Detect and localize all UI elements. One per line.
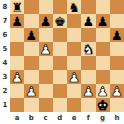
file-coordinates: abcdefgh bbox=[10, 112, 124, 124]
square-d6[interactable] bbox=[53, 28, 67, 42]
square-f5[interactable]: ♞ bbox=[81, 42, 95, 56]
square-d1[interactable] bbox=[53, 98, 67, 112]
square-c7[interactable]: ♟ bbox=[39, 14, 53, 28]
square-e1[interactable] bbox=[67, 98, 81, 112]
square-g7[interactable]: ♟ bbox=[96, 14, 110, 28]
black-knight-e8[interactable]: ♞ bbox=[68, 0, 80, 13]
black-pawn-h6[interactable]: ♟ bbox=[111, 28, 123, 41]
square-g8[interactable] bbox=[96, 0, 110, 14]
white-pawn-f2[interactable]: ♟ bbox=[83, 84, 95, 97]
board: ♜♞♟♟♚♟♟♟♟♟♞♟♟♟♟♟♟♚ bbox=[10, 0, 124, 112]
square-f3[interactable] bbox=[81, 70, 95, 84]
square-h3[interactable] bbox=[110, 70, 124, 84]
rank-label-6: 6 bbox=[0, 28, 10, 42]
file-label-g: g bbox=[96, 112, 110, 124]
black-pawn-c7[interactable]: ♟ bbox=[40, 14, 52, 27]
square-c6[interactable] bbox=[39, 28, 53, 42]
white-pawn-e3[interactable]: ♟ bbox=[68, 70, 80, 83]
square-h7[interactable] bbox=[110, 14, 124, 28]
rank-label-1: 1 bbox=[0, 98, 10, 112]
square-f4[interactable] bbox=[81, 56, 95, 70]
square-h2[interactable]: ♟ bbox=[110, 84, 124, 98]
square-f8[interactable] bbox=[81, 0, 95, 14]
square-b7[interactable] bbox=[24, 14, 38, 28]
square-h1[interactable] bbox=[110, 98, 124, 112]
black-king-d7[interactable]: ♚ bbox=[54, 14, 66, 27]
rank-label-5: 5 bbox=[0, 42, 10, 56]
rank-label-8: 8 bbox=[0, 0, 10, 14]
rank-label-7: 7 bbox=[0, 14, 10, 28]
square-g1[interactable]: ♚ bbox=[96, 98, 110, 112]
square-b5[interactable] bbox=[24, 42, 38, 56]
white-knight-f5[interactable]: ♞ bbox=[83, 42, 95, 55]
square-g3[interactable] bbox=[96, 70, 110, 84]
square-c1[interactable] bbox=[39, 98, 53, 112]
white-pawn-b2[interactable]: ♟ bbox=[26, 84, 38, 97]
rank-label-3: 3 bbox=[0, 70, 10, 84]
black-pawn-f7[interactable]: ♟ bbox=[83, 14, 95, 27]
square-a2[interactable] bbox=[10, 84, 24, 98]
square-e4[interactable] bbox=[67, 56, 81, 70]
square-d5[interactable] bbox=[53, 42, 67, 56]
white-pawn-g2[interactable]: ♟ bbox=[97, 84, 109, 97]
square-e2[interactable] bbox=[67, 84, 81, 98]
square-a7[interactable]: ♟ bbox=[10, 14, 24, 28]
square-f7[interactable]: ♟ bbox=[81, 14, 95, 28]
square-c8[interactable] bbox=[39, 0, 53, 14]
file-label-d: d bbox=[53, 112, 67, 124]
square-a5[interactable] bbox=[10, 42, 24, 56]
white-pawn-c5[interactable]: ♟ bbox=[40, 42, 52, 55]
black-pawn-b6[interactable]: ♟ bbox=[26, 28, 38, 41]
square-e6[interactable] bbox=[67, 28, 81, 42]
square-e5[interactable] bbox=[67, 42, 81, 56]
square-b8[interactable] bbox=[24, 0, 38, 14]
file-label-h: h bbox=[110, 112, 124, 124]
corner-spacer bbox=[0, 112, 10, 124]
rank-label-2: 2 bbox=[0, 84, 10, 98]
file-label-e: e bbox=[67, 112, 81, 124]
square-a8[interactable]: ♜ bbox=[10, 0, 24, 14]
square-f1[interactable] bbox=[81, 98, 95, 112]
file-label-a: a bbox=[10, 112, 24, 124]
file-label-c: c bbox=[39, 112, 53, 124]
square-h8[interactable] bbox=[110, 0, 124, 14]
square-e3[interactable]: ♟ bbox=[67, 70, 81, 84]
square-b2[interactable]: ♟ bbox=[24, 84, 38, 98]
square-d7[interactable]: ♚ bbox=[53, 14, 67, 28]
square-b6[interactable]: ♟ bbox=[24, 28, 38, 42]
white-pawn-h2[interactable]: ♟ bbox=[111, 84, 123, 97]
square-h6[interactable]: ♟ bbox=[110, 28, 124, 42]
white-king-g1[interactable]: ♚ bbox=[97, 98, 109, 111]
square-d3[interactable] bbox=[53, 70, 67, 84]
square-c3[interactable] bbox=[39, 70, 53, 84]
square-g2[interactable]: ♟ bbox=[96, 84, 110, 98]
square-b3[interactable] bbox=[24, 70, 38, 84]
black-pawn-g7[interactable]: ♟ bbox=[97, 14, 109, 27]
square-c4[interactable] bbox=[39, 56, 53, 70]
square-a4[interactable] bbox=[10, 56, 24, 70]
rank-coordinates: 87654321 bbox=[0, 0, 10, 112]
square-f2[interactable]: ♟ bbox=[81, 84, 95, 98]
square-h4[interactable] bbox=[110, 56, 124, 70]
square-c5[interactable]: ♟ bbox=[39, 42, 53, 56]
black-pawn-a7[interactable]: ♟ bbox=[11, 14, 23, 27]
square-g5[interactable] bbox=[96, 42, 110, 56]
chess-diagram: 87654321 ♜♞♟♟♚♟♟♟♟♟♞♟♟♟♟♟♟♚ abcdefgh bbox=[0, 0, 124, 124]
square-f6[interactable] bbox=[81, 28, 95, 42]
square-b1[interactable] bbox=[24, 98, 38, 112]
square-d8[interactable] bbox=[53, 0, 67, 14]
black-rook-a8[interactable]: ♜ bbox=[11, 0, 23, 13]
square-a6[interactable] bbox=[10, 28, 24, 42]
square-g6[interactable] bbox=[96, 28, 110, 42]
square-b4[interactable] bbox=[24, 56, 38, 70]
square-a1[interactable] bbox=[10, 98, 24, 112]
square-e8[interactable]: ♞ bbox=[67, 0, 81, 14]
square-c2[interactable] bbox=[39, 84, 53, 98]
white-pawn-a3[interactable]: ♟ bbox=[11, 70, 23, 83]
square-a3[interactable]: ♟ bbox=[10, 70, 24, 84]
square-d4[interactable] bbox=[53, 56, 67, 70]
square-d2[interactable] bbox=[53, 84, 67, 98]
square-e7[interactable] bbox=[67, 14, 81, 28]
rank-label-4: 4 bbox=[0, 56, 10, 70]
file-label-b: b bbox=[24, 112, 38, 124]
square-g4[interactable] bbox=[96, 56, 110, 70]
square-h5[interactable] bbox=[110, 42, 124, 56]
file-label-f: f bbox=[81, 112, 95, 124]
